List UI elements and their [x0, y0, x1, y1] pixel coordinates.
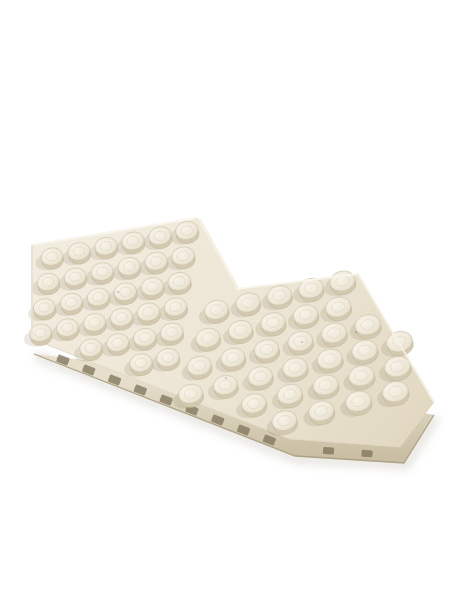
photo-canvas [0, 0, 450, 600]
wall-notch [323, 447, 334, 455]
dust-speck [355, 331, 357, 333]
dust-speck [225, 377, 227, 379]
dust-speck [117, 291, 119, 293]
lego-wedge-plate-photo [0, 0, 450, 600]
dust-speck [301, 341, 303, 343]
wall-notch [361, 450, 372, 458]
